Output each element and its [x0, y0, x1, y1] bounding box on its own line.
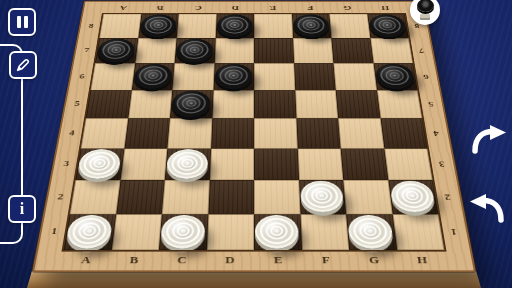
checker-black[interactable] [96, 39, 136, 62]
frame-corner-top-left [83, 2, 105, 14]
rank-label-right-5-text: 5 [428, 100, 435, 109]
file-label-top-A: A [103, 2, 142, 14]
square-A8[interactable] [99, 14, 141, 38]
file-label-top-C: C [179, 2, 217, 14]
rank-label-left-3-text: 3 [63, 159, 70, 169]
rank-label-right-4-text: 4 [433, 128, 440, 137]
file-label-bottom-H: H [397, 250, 448, 270]
square-C4[interactable] [167, 118, 212, 148]
checker-black[interactable] [176, 39, 214, 62]
rank-label-left-6-text: 6 [79, 72, 85, 80]
file-label-bottom-B-text: B [129, 254, 139, 267]
redo-button[interactable] [470, 124, 508, 154]
square-A7[interactable] [95, 38, 138, 63]
file-label-top-D-text: D [232, 4, 239, 12]
square-B4[interactable] [124, 118, 170, 148]
checker-black[interactable] [293, 15, 330, 37]
checker-black[interactable] [374, 64, 415, 89]
square-F1[interactable] [300, 214, 349, 250]
file-label-bottom-F: F [302, 250, 351, 270]
checker-white[interactable] [389, 181, 436, 212]
game-screen: ABCDEFGH8877665544332211ABCDEFGH i [0, 0, 512, 288]
rank-label-left-5-text: 5 [74, 100, 81, 109]
square-A6[interactable] [91, 63, 135, 90]
checker-white[interactable] [166, 149, 209, 179]
square-C3[interactable] [165, 148, 211, 180]
square-F5[interactable] [295, 90, 338, 118]
board-front-face [26, 271, 482, 288]
rank-label-left-8-text: 8 [88, 22, 94, 29]
square-E8[interactable] [254, 14, 293, 38]
file-label-bottom-H-text: H [416, 254, 428, 267]
square-A2[interactable] [70, 180, 120, 214]
rank-label-left-7-text: 7 [84, 47, 90, 55]
checker-black[interactable] [171, 91, 211, 117]
file-label-top-B-text: B [157, 4, 164, 12]
board-grid: ABCDEFGH8877665544332211ABCDEFGH [32, 1, 476, 272]
square-G4[interactable] [338, 118, 384, 148]
file-label-top-G: G [328, 2, 367, 14]
square-H8[interactable] [367, 14, 409, 38]
file-label-bottom-F-text: F [322, 254, 331, 267]
checker-black[interactable] [216, 15, 252, 37]
file-label-top-H-text: H [380, 4, 389, 12]
checker-white[interactable] [255, 215, 299, 248]
square-C1[interactable] [159, 214, 208, 250]
file-label-bottom-B: B [109, 250, 159, 270]
square-C5[interactable] [170, 90, 213, 118]
undo-button[interactable] [468, 193, 506, 223]
file-label-top-G-text: G [343, 4, 352, 12]
checker-black[interactable] [139, 15, 177, 37]
square-G7[interactable] [331, 38, 373, 63]
square-B6[interactable] [131, 63, 174, 90]
square-E6[interactable] [254, 63, 295, 90]
square-H7[interactable] [370, 38, 413, 63]
file-label-top-E: E [254, 2, 292, 14]
frame-corner-bottom-left [34, 250, 63, 270]
square-A1[interactable] [64, 214, 116, 250]
file-label-bottom-A: A [60, 250, 111, 270]
square-E2[interactable] [254, 180, 300, 214]
square-F6[interactable] [294, 63, 336, 90]
checker-black[interactable] [133, 64, 173, 89]
file-label-bottom-D: D [206, 250, 254, 270]
square-H4[interactable] [380, 118, 427, 148]
square-D1[interactable] [206, 214, 254, 250]
square-F7[interactable] [293, 38, 334, 63]
rank-label-right-1-text: 1 [450, 226, 458, 237]
square-E5[interactable] [254, 90, 296, 118]
file-label-bottom-D-text: D [225, 254, 235, 267]
square-A5[interactable] [86, 90, 132, 118]
rank-label-left-1-text: 1 [50, 226, 58, 237]
square-F2[interactable] [299, 180, 346, 214]
file-label-top-A-text: A [119, 4, 127, 12]
square-D6[interactable] [213, 63, 254, 90]
pencil-icon [15, 57, 31, 73]
file-label-top-C-text: C [194, 4, 202, 12]
square-H1[interactable] [392, 214, 444, 250]
undo-arrow-icon [470, 194, 501, 220]
square-G2[interactable] [343, 180, 392, 214]
edit-button[interactable] [9, 51, 37, 79]
rank-label-right-2-text: 2 [444, 192, 451, 202]
square-C2[interactable] [162, 180, 209, 214]
square-F8[interactable] [292, 14, 332, 38]
file-label-top-F-text: F [307, 4, 314, 12]
rank-label-left-2-text: 2 [57, 192, 64, 202]
square-G6[interactable] [333, 63, 376, 90]
pause-icon [17, 16, 28, 28]
checker-white[interactable] [65, 215, 113, 248]
file-label-top-H: H [365, 2, 404, 14]
checker-white[interactable] [77, 149, 122, 179]
square-D8[interactable] [215, 14, 254, 38]
checker-white[interactable] [347, 215, 394, 248]
square-B3[interactable] [120, 148, 167, 180]
frame-corner-bottom-right [444, 250, 473, 270]
info-icon: i [20, 201, 24, 217]
square-E3[interactable] [254, 148, 299, 180]
checker-white[interactable] [300, 181, 344, 212]
square-F4[interactable] [296, 118, 341, 148]
file-label-top-F: F [291, 2, 329, 14]
square-B5[interactable] [128, 90, 172, 118]
square-A4[interactable] [81, 118, 128, 148]
square-H3[interactable] [384, 148, 433, 180]
board-edge-icon [420, 14, 430, 20]
square-G1[interactable] [346, 214, 397, 250]
square-D7[interactable] [214, 38, 254, 63]
file-label-bottom-A-text: A [80, 254, 91, 267]
turn-indicator [410, 0, 440, 25]
square-D3[interactable] [209, 148, 254, 180]
square-B8[interactable] [138, 14, 179, 38]
redo-arrow-icon [475, 125, 506, 151]
square-E1[interactable] [254, 214, 302, 250]
file-label-top-B: B [141, 2, 180, 14]
board-perspective-wrapper: ABCDEFGH8877665544332211ABCDEFGH [32, 1, 476, 272]
file-label-bottom-G-text: G [368, 254, 379, 267]
square-C8[interactable] [177, 14, 217, 38]
square-E4[interactable] [254, 118, 297, 148]
file-label-bottom-G: G [349, 250, 399, 270]
square-D4[interactable] [211, 118, 254, 148]
rank-label-right-7: 7 [409, 38, 435, 63]
square-E7[interactable] [254, 38, 294, 63]
square-H5[interactable] [377, 90, 423, 118]
square-C6[interactable] [172, 63, 214, 90]
checker-white[interactable] [160, 215, 206, 248]
info-button[interactable]: i [8, 195, 36, 223]
pause-button[interactable] [8, 8, 36, 36]
square-D5[interactable] [212, 90, 254, 118]
file-label-bottom-C: C [157, 250, 206, 270]
rank-label-left-4-text: 4 [68, 128, 75, 137]
square-H2[interactable] [388, 180, 438, 214]
square-G3[interactable] [341, 148, 388, 180]
square-G8[interactable] [329, 14, 370, 38]
file-label-top-D: D [216, 2, 254, 14]
square-B1[interactable] [111, 214, 162, 250]
checker-black[interactable] [214, 64, 252, 89]
file-label-bottom-C-text: C [177, 254, 187, 267]
square-C7[interactable] [175, 38, 216, 63]
file-label-bottom-E: E [254, 250, 302, 270]
square-B2[interactable] [116, 180, 165, 214]
square-D2[interactable] [208, 180, 254, 214]
file-label-top-E-text: E [269, 4, 276, 12]
rank-label-right-3-text: 3 [438, 159, 445, 169]
square-G5[interactable] [336, 90, 380, 118]
square-F3[interactable] [297, 148, 343, 180]
rank-label-right-7-text: 7 [418, 47, 424, 55]
black-checker-icon [417, 0, 434, 12]
file-label-bottom-E-text: E [274, 254, 283, 267]
square-B7[interactable] [135, 38, 177, 63]
square-A3[interactable] [75, 148, 124, 180]
checker-black[interactable] [368, 15, 407, 37]
square-H6[interactable] [373, 63, 417, 90]
rank-label-right-6-text: 6 [423, 72, 429, 80]
